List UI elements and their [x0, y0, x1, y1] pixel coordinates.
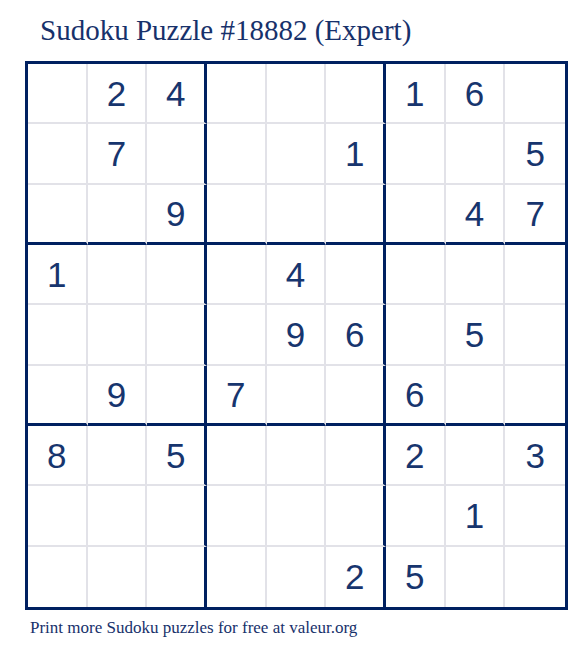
- cell-r2c5[interactable]: [267, 124, 327, 184]
- cell-r9c7: 5: [386, 547, 446, 607]
- cell-r8c7[interactable]: [386, 486, 446, 546]
- cell-r4c2[interactable]: [88, 245, 148, 305]
- cell-r6c1[interactable]: [28, 366, 88, 426]
- cell-r2c8[interactable]: [446, 124, 506, 184]
- cell-r4c9[interactable]: [505, 245, 565, 305]
- cell-r2c9: 5: [505, 124, 565, 184]
- cell-r6c7: 6: [386, 366, 446, 426]
- cell-r5c5: 9: [267, 305, 327, 365]
- cell-r1c8: 6: [446, 64, 506, 124]
- cell-r6c9[interactable]: [505, 366, 565, 426]
- cell-r3c7[interactable]: [386, 185, 446, 245]
- footer-note: Print more Sudoku puzzles for free at va…: [30, 618, 357, 638]
- cell-r9c9[interactable]: [505, 547, 565, 607]
- sudoku-board: 2416715947149659768523125: [25, 61, 568, 610]
- cell-r1c6[interactable]: [326, 64, 386, 124]
- cell-r7c8[interactable]: [446, 426, 506, 486]
- cell-r2c4[interactable]: [207, 124, 267, 184]
- cell-r3c6[interactable]: [326, 185, 386, 245]
- cell-r4c7[interactable]: [386, 245, 446, 305]
- cell-r7c6[interactable]: [326, 426, 386, 486]
- cell-r5c6: 6: [326, 305, 386, 365]
- cell-r6c5[interactable]: [267, 366, 327, 426]
- cell-r8c8: 1: [446, 486, 506, 546]
- cell-r5c1[interactable]: [28, 305, 88, 365]
- cell-r8c3[interactable]: [147, 486, 207, 546]
- cell-r9c4[interactable]: [207, 547, 267, 607]
- cell-r3c5[interactable]: [267, 185, 327, 245]
- cell-r7c2[interactable]: [88, 426, 148, 486]
- cell-r9c6: 2: [326, 547, 386, 607]
- cell-r1c4[interactable]: [207, 64, 267, 124]
- cell-r1c1[interactable]: [28, 64, 88, 124]
- cell-r7c9: 3: [505, 426, 565, 486]
- cell-r4c6[interactable]: [326, 245, 386, 305]
- cell-r9c2[interactable]: [88, 547, 148, 607]
- cell-r1c9[interactable]: [505, 64, 565, 124]
- cell-r6c3[interactable]: [147, 366, 207, 426]
- cell-r5c2[interactable]: [88, 305, 148, 365]
- cell-r6c6[interactable]: [326, 366, 386, 426]
- cell-r3c3: 9: [147, 185, 207, 245]
- cell-r4c5: 4: [267, 245, 327, 305]
- cell-r8c4[interactable]: [207, 486, 267, 546]
- cell-r6c8[interactable]: [446, 366, 506, 426]
- cell-r7c3: 5: [147, 426, 207, 486]
- cell-r8c1[interactable]: [28, 486, 88, 546]
- cell-r3c9: 7: [505, 185, 565, 245]
- cell-r4c3[interactable]: [147, 245, 207, 305]
- cell-r8c5[interactable]: [267, 486, 327, 546]
- cell-r5c9[interactable]: [505, 305, 565, 365]
- page-title: Sudoku Puzzle #18882 (Expert): [40, 14, 411, 47]
- cell-r2c2: 7: [88, 124, 148, 184]
- cell-r9c1[interactable]: [28, 547, 88, 607]
- cell-r1c3: 4: [147, 64, 207, 124]
- cell-r3c4[interactable]: [207, 185, 267, 245]
- cell-r9c5[interactable]: [267, 547, 327, 607]
- cell-r2c7[interactable]: [386, 124, 446, 184]
- cell-r3c2[interactable]: [88, 185, 148, 245]
- cell-r2c6: 1: [326, 124, 386, 184]
- cell-r7c1: 8: [28, 426, 88, 486]
- cell-r2c3[interactable]: [147, 124, 207, 184]
- cell-r6c2: 9: [88, 366, 148, 426]
- cell-r7c4[interactable]: [207, 426, 267, 486]
- cell-r1c5[interactable]: [267, 64, 327, 124]
- cell-r4c1: 1: [28, 245, 88, 305]
- cell-r7c7: 2: [386, 426, 446, 486]
- cell-r6c4: 7: [207, 366, 267, 426]
- cell-r5c7[interactable]: [386, 305, 446, 365]
- cell-r2c1[interactable]: [28, 124, 88, 184]
- cell-r8c2[interactable]: [88, 486, 148, 546]
- cell-r7c5[interactable]: [267, 426, 327, 486]
- cell-r8c6[interactable]: [326, 486, 386, 546]
- cell-r9c8[interactable]: [446, 547, 506, 607]
- cell-r1c7: 1: [386, 64, 446, 124]
- cell-r4c8[interactable]: [446, 245, 506, 305]
- cell-r5c4[interactable]: [207, 305, 267, 365]
- cell-r5c8: 5: [446, 305, 506, 365]
- cell-r3c1[interactable]: [28, 185, 88, 245]
- cell-r3c8: 4: [446, 185, 506, 245]
- cell-r8c9[interactable]: [505, 486, 565, 546]
- cell-r9c3[interactable]: [147, 547, 207, 607]
- cell-r1c2: 2: [88, 64, 148, 124]
- cell-r5c3[interactable]: [147, 305, 207, 365]
- cell-r4c4[interactable]: [207, 245, 267, 305]
